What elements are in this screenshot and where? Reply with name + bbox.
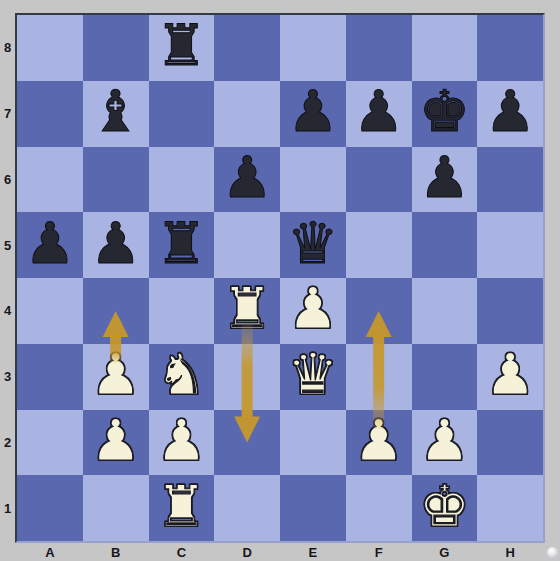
piece-black-pawn-d6[interactable]: ♟ — [222, 149, 273, 206]
square-f2[interactable]: ♟ — [346, 410, 412, 476]
square-g3[interactable] — [412, 344, 478, 410]
rank-label-8: 8 — [0, 15, 15, 81]
piece-black-queen-e5[interactable]: ♛ — [287, 215, 338, 272]
file-label-E: E — [280, 543, 346, 561]
square-g2[interactable]: ♟ — [412, 410, 478, 476]
piece-black-pawn-b5[interactable]: ♟ — [90, 215, 141, 272]
corner-dot — [547, 547, 558, 558]
square-a7[interactable] — [17, 81, 83, 147]
square-g6[interactable]: ♟ — [412, 147, 478, 213]
square-e4[interactable]: ♟ — [280, 278, 346, 344]
piece-black-bishop-b7[interactable]: ♝ — [90, 83, 141, 140]
piece-white-pawn-g2[interactable]: ♟ — [419, 412, 470, 469]
square-f3[interactable] — [346, 344, 412, 410]
piece-black-rook-c5[interactable]: ♜ — [156, 215, 207, 272]
piece-black-pawn-g6[interactable]: ♟ — [419, 149, 470, 206]
square-c2[interactable]: ♟ — [149, 410, 215, 476]
square-d6[interactable]: ♟ — [214, 147, 280, 213]
square-h8[interactable] — [477, 15, 543, 81]
square-f8[interactable] — [346, 15, 412, 81]
square-h4[interactable] — [477, 278, 543, 344]
square-b8[interactable] — [83, 15, 149, 81]
piece-white-pawn-b2[interactable]: ♟ — [90, 412, 141, 469]
square-c3[interactable]: ♞ — [149, 344, 215, 410]
rank-label-4: 4 — [0, 278, 15, 344]
rank-label-1: 1 — [0, 475, 15, 541]
file-label-D: D — [214, 543, 280, 561]
square-h5[interactable] — [477, 212, 543, 278]
chess-app: { "game": "chess", "position": { "fen": … — [0, 0, 560, 561]
square-b3[interactable]: ♟ — [83, 344, 149, 410]
square-e2[interactable] — [280, 410, 346, 476]
square-g1[interactable]: ♚ — [412, 475, 478, 541]
rank-label-3: 3 — [0, 344, 15, 410]
square-d2[interactable] — [214, 410, 280, 476]
square-c6[interactable] — [149, 147, 215, 213]
square-a6[interactable] — [17, 147, 83, 213]
board: ♜♝♟♟♚♟♟♟♟♟♜♛♜♟♟♞♛♟♟♟♟♟♜♚ — [15, 13, 545, 543]
square-a4[interactable] — [17, 278, 83, 344]
rank-label-6: 6 — [0, 147, 15, 213]
square-c4[interactable] — [149, 278, 215, 344]
square-d7[interactable] — [214, 81, 280, 147]
piece-white-rook-d4[interactable]: ♜ — [222, 280, 273, 337]
square-d1[interactable] — [214, 475, 280, 541]
square-f1[interactable] — [346, 475, 412, 541]
square-a5[interactable]: ♟ — [17, 212, 83, 278]
piece-white-pawn-f2[interactable]: ♟ — [353, 412, 404, 469]
square-f4[interactable] — [346, 278, 412, 344]
rank-label-5: 5 — [0, 212, 15, 278]
square-c7[interactable] — [149, 81, 215, 147]
square-c5[interactable]: ♜ — [149, 212, 215, 278]
file-label-A: A — [17, 543, 83, 561]
square-h2[interactable] — [477, 410, 543, 476]
piece-white-queen-e3[interactable]: ♛ — [287, 346, 338, 403]
square-h3[interactable]: ♟ — [477, 344, 543, 410]
file-label-H: H — [477, 543, 543, 561]
square-b5[interactable]: ♟ — [83, 212, 149, 278]
square-a3[interactable] — [17, 344, 83, 410]
square-e5[interactable]: ♛ — [280, 212, 346, 278]
square-e7[interactable]: ♟ — [280, 81, 346, 147]
square-e6[interactable] — [280, 147, 346, 213]
piece-white-pawn-e4[interactable]: ♟ — [287, 280, 338, 337]
square-f6[interactable] — [346, 147, 412, 213]
square-d5[interactable] — [214, 212, 280, 278]
square-h6[interactable] — [477, 147, 543, 213]
square-g8[interactable] — [412, 15, 478, 81]
square-h1[interactable] — [477, 475, 543, 541]
square-e1[interactable] — [280, 475, 346, 541]
piece-white-pawn-b3[interactable]: ♟ — [90, 346, 141, 403]
file-label-B: B — [83, 543, 149, 561]
piece-white-rook-c1[interactable]: ♜ — [156, 478, 207, 535]
piece-black-pawn-f7[interactable]: ♟ — [353, 83, 404, 140]
square-a2[interactable] — [17, 410, 83, 476]
piece-black-rook-c8[interactable]: ♜ — [156, 17, 207, 74]
square-c1[interactable]: ♜ — [149, 475, 215, 541]
rank-labels: 87654321 — [0, 15, 15, 541]
square-g7[interactable]: ♚ — [412, 81, 478, 147]
square-b4[interactable] — [83, 278, 149, 344]
square-d4[interactable]: ♜ — [214, 278, 280, 344]
square-b7[interactable]: ♝ — [83, 81, 149, 147]
square-f7[interactable]: ♟ — [346, 81, 412, 147]
square-a8[interactable] — [17, 15, 83, 81]
square-g4[interactable] — [412, 278, 478, 344]
square-e3[interactable]: ♛ — [280, 344, 346, 410]
piece-white-pawn-h3[interactable]: ♟ — [485, 346, 536, 403]
piece-black-king-g7[interactable]: ♚ — [419, 83, 470, 140]
square-b6[interactable] — [83, 147, 149, 213]
square-d8[interactable] — [214, 15, 280, 81]
piece-black-pawn-a5[interactable]: ♟ — [24, 215, 75, 272]
square-f5[interactable] — [346, 212, 412, 278]
piece-white-pawn-c2[interactable]: ♟ — [156, 412, 207, 469]
square-h7[interactable]: ♟ — [477, 81, 543, 147]
square-c8[interactable]: ♜ — [149, 15, 215, 81]
file-label-F: F — [346, 543, 412, 561]
square-b1[interactable] — [83, 475, 149, 541]
rank-label-2: 2 — [0, 410, 15, 476]
rank-label-7: 7 — [0, 81, 15, 147]
square-e8[interactable] — [280, 15, 346, 81]
square-b2[interactable]: ♟ — [83, 410, 149, 476]
piece-black-pawn-e7[interactable]: ♟ — [287, 83, 338, 140]
piece-white-knight-c3[interactable]: ♞ — [156, 346, 207, 403]
square-d3[interactable] — [214, 344, 280, 410]
square-a1[interactable] — [17, 475, 83, 541]
piece-black-pawn-h7[interactable]: ♟ — [485, 83, 536, 140]
file-label-C: C — [149, 543, 215, 561]
file-labels: ABCDEFGH — [17, 543, 543, 561]
file-label-G: G — [412, 543, 478, 561]
square-g5[interactable] — [412, 212, 478, 278]
piece-white-king-g1[interactable]: ♚ — [419, 478, 470, 535]
